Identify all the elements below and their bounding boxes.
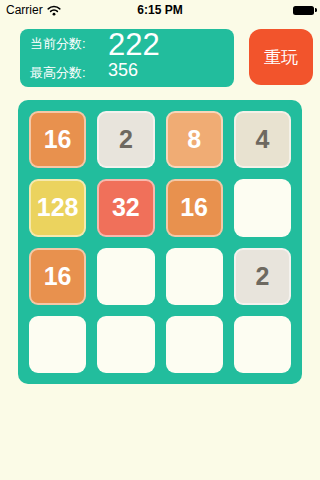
status-right bbox=[293, 0, 314, 20]
empty-cell bbox=[166, 248, 223, 305]
replay-button[interactable]: 重玩 bbox=[249, 29, 313, 85]
app-screen: Carrier 6:15 PM 当前分数: 222 最高分数: 356 重玩 1… bbox=[0, 0, 320, 480]
tile-32: 32 bbox=[97, 179, 154, 236]
empty-cell bbox=[234, 179, 291, 236]
tile-2: 2 bbox=[234, 248, 291, 305]
battery-icon bbox=[293, 6, 314, 15]
empty-cell bbox=[234, 316, 291, 373]
tile-128: 128 bbox=[29, 179, 86, 236]
board[interactable]: 162841283216162 bbox=[18, 100, 302, 384]
tile-2: 2 bbox=[97, 111, 154, 168]
best-score-label: 最高分数: bbox=[30, 66, 86, 80]
clock-label: 6:15 PM bbox=[0, 0, 320, 20]
best-score-value: 356 bbox=[108, 60, 138, 80]
tile-16: 16 bbox=[166, 179, 223, 236]
score-panel: 当前分数: 222 最高分数: 356 bbox=[20, 29, 234, 87]
tile-8: 8 bbox=[166, 111, 223, 168]
empty-cell bbox=[29, 316, 86, 373]
empty-cell bbox=[97, 248, 154, 305]
tile-16: 16 bbox=[29, 111, 86, 168]
tile-4: 4 bbox=[234, 111, 291, 168]
status-bar: Carrier 6:15 PM bbox=[0, 0, 320, 20]
empty-cell bbox=[97, 316, 154, 373]
current-score-value: 222 bbox=[108, 27, 160, 63]
tile-16: 16 bbox=[29, 248, 86, 305]
empty-cell bbox=[166, 316, 223, 373]
current-score-label: 当前分数: bbox=[30, 37, 86, 51]
